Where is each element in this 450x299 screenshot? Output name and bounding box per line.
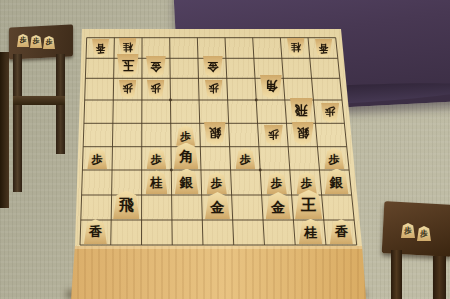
piece-kanji: 歩 bbox=[151, 154, 162, 165]
piece-kanji: 金 bbox=[271, 199, 285, 213]
piece-wG-7b[interactable]: 金 bbox=[146, 56, 166, 78]
piece-kanji: 歩 bbox=[180, 131, 191, 142]
piece-kanji: 銀 bbox=[180, 175, 193, 188]
piece-kanji: 桂 bbox=[291, 42, 301, 52]
piece-kanji: 香 bbox=[319, 43, 329, 53]
piece-kanji: 飛 bbox=[295, 103, 308, 116]
piece-wK-8b[interactable]: 玉 bbox=[117, 54, 139, 78]
piece-kanji: 歩 bbox=[301, 178, 312, 189]
piece-kanji: 金 bbox=[207, 60, 218, 71]
piece-kanji: 銀 bbox=[297, 127, 309, 139]
piece-kanji: 飛 bbox=[119, 198, 134, 213]
piece-kanji: 歩 bbox=[240, 154, 251, 165]
piece-wR-2d[interactable]: 飛 bbox=[290, 98, 313, 123]
piece-kanji: 歩 bbox=[208, 84, 218, 94]
right-komadai-leg bbox=[433, 256, 446, 299]
piece-kanji: 歩 bbox=[325, 107, 335, 117]
piece-kanji: 歩 bbox=[271, 178, 282, 189]
right-komadai-leg bbox=[391, 250, 402, 299]
piece-kanji: 桂 bbox=[304, 226, 317, 239]
piece-kanji: 桂 bbox=[150, 177, 162, 189]
left-komadai-leg bbox=[13, 54, 22, 192]
piece-kanji: 角 bbox=[264, 80, 276, 92]
piece-wL-1a[interactable]: 香 bbox=[315, 39, 332, 58]
piece-kanji: 歩 bbox=[123, 84, 133, 94]
piece-kanji: 歩 bbox=[211, 178, 222, 189]
piece-kanji: 香 bbox=[335, 226, 348, 239]
piece-kanji: 角 bbox=[179, 150, 193, 164]
piece-kanji: 王 bbox=[301, 198, 316, 213]
piece-kanji: 歩 bbox=[151, 84, 161, 94]
piece-kanji: 玉 bbox=[122, 59, 134, 71]
piece-kanji: 香 bbox=[89, 226, 102, 239]
left-stand-post bbox=[0, 52, 9, 208]
left-komadai-rail bbox=[13, 96, 65, 105]
piece-kanji: 歩 bbox=[268, 130, 279, 141]
piece-wG-5b[interactable]: 金 bbox=[203, 56, 223, 78]
piece-kanji: 香 bbox=[95, 43, 105, 53]
piece-kanji: 桂 bbox=[123, 42, 133, 52]
piece-kanji: 歩 bbox=[92, 154, 103, 165]
piece-kanji: 歩 bbox=[329, 154, 340, 165]
piece-kanji: 金 bbox=[150, 60, 161, 71]
piece-kanji: 銀 bbox=[330, 175, 343, 188]
shogi-match-photo: 香桂桂香玉金金歩歩歩角飛歩歩銀歩銀歩歩角歩歩桂銀歩歩歩銀飛金金王香桂香 歩歩歩 … bbox=[0, 0, 450, 299]
right-komadai-top bbox=[382, 201, 450, 257]
piece-wP-1d[interactable]: 歩 bbox=[321, 103, 339, 123]
piece-kanji: 銀 bbox=[209, 127, 221, 139]
piece-kanji: 金 bbox=[210, 199, 224, 213]
